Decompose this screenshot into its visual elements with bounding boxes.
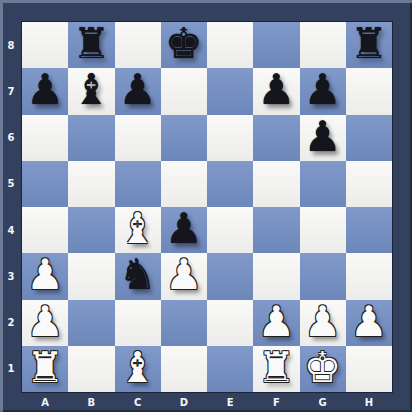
piece-white-pawn[interactable]: ♟ (165, 254, 203, 296)
piece-white-pawn[interactable]: ♟ (26, 301, 64, 343)
square-f1[interactable]: ♜ (253, 346, 299, 392)
square-h8[interactable]: ♜ (346, 22, 392, 68)
square-h7[interactable] (346, 68, 392, 114)
square-a7[interactable]: ♟ (22, 68, 68, 114)
square-h5[interactable] (346, 161, 392, 207)
rank-label-1: 1 (0, 346, 22, 392)
piece-white-pawn[interactable]: ♟ (350, 301, 388, 343)
square-g6[interactable]: ♟ (300, 115, 346, 161)
piece-black-rook[interactable]: ♜ (73, 23, 111, 65)
rank-label-4: 4 (0, 207, 22, 253)
piece-white-bishop[interactable]: ♝ (119, 347, 157, 389)
piece-black-bishop[interactable]: ♝ (73, 69, 111, 111)
square-b6[interactable] (68, 115, 114, 161)
square-d2[interactable] (161, 300, 207, 346)
square-f7[interactable]: ♟ (253, 68, 299, 114)
square-e8[interactable] (207, 22, 253, 68)
file-label-c: C (115, 392, 161, 412)
file-label-f: F (253, 392, 299, 412)
rank-label-8: 8 (0, 22, 22, 68)
square-e7[interactable] (207, 68, 253, 114)
square-e4[interactable] (207, 207, 253, 253)
square-d8[interactable]: ♚ (161, 22, 207, 68)
square-g4[interactable] (300, 207, 346, 253)
square-g7[interactable]: ♟ (300, 68, 346, 114)
square-d4[interactable]: ♟ (161, 207, 207, 253)
square-e6[interactable] (207, 115, 253, 161)
square-h1[interactable] (346, 346, 392, 392)
rank-label-5: 5 (0, 161, 22, 207)
square-c2[interactable] (115, 300, 161, 346)
square-d3[interactable]: ♟ (161, 253, 207, 299)
square-c1[interactable]: ♝ (115, 346, 161, 392)
square-a5[interactable] (22, 161, 68, 207)
square-b2[interactable] (68, 300, 114, 346)
square-e3[interactable] (207, 253, 253, 299)
square-b7[interactable]: ♝ (68, 68, 114, 114)
piece-white-pawn[interactable]: ♟ (304, 301, 342, 343)
square-f8[interactable] (253, 22, 299, 68)
square-c5[interactable] (115, 161, 161, 207)
square-a1[interactable]: ♜ (22, 346, 68, 392)
square-c7[interactable]: ♟ (115, 68, 161, 114)
piece-black-knight[interactable]: ♞ (119, 254, 157, 296)
file-label-a: A (22, 392, 68, 412)
square-a6[interactable] (22, 115, 68, 161)
piece-white-bishop[interactable]: ♝ (119, 208, 157, 250)
square-e1[interactable] (207, 346, 253, 392)
square-e2[interactable] (207, 300, 253, 346)
square-b8[interactable]: ♜ (68, 22, 114, 68)
piece-white-pawn[interactable]: ♟ (26, 254, 64, 296)
piece-black-pawn[interactable]: ♟ (165, 208, 203, 250)
square-b3[interactable] (68, 253, 114, 299)
file-label-g: G (300, 392, 346, 412)
square-f5[interactable] (253, 161, 299, 207)
piece-white-king[interactable]: ♚ (304, 347, 342, 389)
square-c6[interactable] (115, 115, 161, 161)
piece-black-pawn[interactable]: ♟ (258, 69, 296, 111)
square-h6[interactable] (346, 115, 392, 161)
square-c3[interactable]: ♞ (115, 253, 161, 299)
square-h2[interactable]: ♟ (346, 300, 392, 346)
file-label-h: H (346, 392, 392, 412)
square-h4[interactable] (346, 207, 392, 253)
square-g1[interactable]: ♚ (300, 346, 346, 392)
file-label-e: E (207, 392, 253, 412)
square-f3[interactable] (253, 253, 299, 299)
square-g5[interactable] (300, 161, 346, 207)
file-label-b: B (68, 392, 114, 412)
square-c8[interactable] (115, 22, 161, 68)
piece-black-pawn[interactable]: ♟ (304, 69, 342, 111)
piece-white-pawn[interactable]: ♟ (258, 301, 296, 343)
square-d5[interactable] (161, 161, 207, 207)
piece-black-pawn[interactable]: ♟ (26, 69, 64, 111)
square-g2[interactable]: ♟ (300, 300, 346, 346)
square-e5[interactable] (207, 161, 253, 207)
square-a2[interactable]: ♟ (22, 300, 68, 346)
piece-black-rook[interactable]: ♜ (350, 23, 388, 65)
square-a4[interactable] (22, 207, 68, 253)
square-b1[interactable] (68, 346, 114, 392)
square-f6[interactable] (253, 115, 299, 161)
square-b5[interactable] (68, 161, 114, 207)
chess-board-frame: ♜♚♜♟♝♟♟♟♟♝♟♟♞♟♟♟♟♟♜♝♜♚ 87654321 ABCDEFGH (0, 0, 412, 412)
square-d7[interactable] (161, 68, 207, 114)
square-g8[interactable] (300, 22, 346, 68)
square-h3[interactable] (346, 253, 392, 299)
square-b4[interactable] (68, 207, 114, 253)
piece-white-rook[interactable]: ♜ (26, 347, 64, 389)
piece-black-king[interactable]: ♚ (165, 23, 203, 65)
piece-black-pawn[interactable]: ♟ (304, 116, 342, 158)
square-d6[interactable] (161, 115, 207, 161)
square-a8[interactable] (22, 22, 68, 68)
square-d1[interactable] (161, 346, 207, 392)
square-g3[interactable] (300, 253, 346, 299)
square-a3[interactable]: ♟ (22, 253, 68, 299)
rank-label-7: 7 (0, 68, 22, 114)
chess-board: ♜♚♜♟♝♟♟♟♟♝♟♟♞♟♟♟♟♟♜♝♜♚ (22, 22, 392, 392)
file-label-d: D (161, 392, 207, 412)
rank-label-2: 2 (0, 300, 22, 346)
square-c4[interactable]: ♝ (115, 207, 161, 253)
piece-black-pawn[interactable]: ♟ (119, 69, 157, 111)
square-f2[interactable]: ♟ (253, 300, 299, 346)
piece-white-rook[interactable]: ♜ (258, 347, 296, 389)
rank-label-6: 6 (0, 115, 22, 161)
rank-label-3: 3 (0, 253, 22, 299)
square-f4[interactable] (253, 207, 299, 253)
